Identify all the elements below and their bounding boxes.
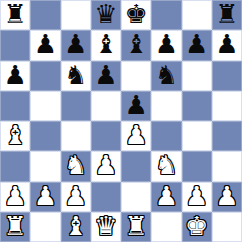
- square-g3[interactable]: [182, 151, 212, 181]
- piece-black-pawn[interactable]: ♟: [185, 31, 208, 57]
- square-c8[interactable]: [61, 0, 91, 30]
- piece-black-pawn[interactable]: ♟: [215, 31, 238, 57]
- piece-white-rook[interactable]: ♜: [3, 213, 26, 239]
- square-f3[interactable]: ♞: [151, 151, 181, 181]
- square-a1[interactable]: ♜: [0, 212, 30, 242]
- piece-white-pawn[interactable]: ♟: [64, 183, 87, 209]
- square-b2[interactable]: ♟: [30, 182, 60, 212]
- square-d3[interactable]: ♟: [91, 151, 121, 181]
- piece-white-pawn[interactable]: ♟: [215, 183, 238, 209]
- square-e1[interactable]: ♜: [121, 212, 151, 242]
- square-g7[interactable]: ♟: [182, 30, 212, 60]
- square-g2[interactable]: ♟: [182, 182, 212, 212]
- square-h7[interactable]: ♟: [212, 30, 242, 60]
- piece-black-pawn[interactable]: ♟: [155, 31, 178, 57]
- square-a2[interactable]: ♟: [0, 182, 30, 212]
- piece-black-bishop[interactable]: ♝: [94, 31, 117, 57]
- square-a4[interactable]: ♝: [0, 121, 30, 151]
- piece-black-pawn[interactable]: ♟: [34, 31, 57, 57]
- square-f1[interactable]: [151, 212, 181, 242]
- square-e4[interactable]: ♟: [121, 121, 151, 151]
- piece-black-king[interactable]: ♚: [124, 1, 147, 27]
- square-a7[interactable]: [0, 30, 30, 60]
- square-c6[interactable]: ♞: [61, 61, 91, 91]
- square-c4[interactable]: [61, 121, 91, 151]
- square-g4[interactable]: [182, 121, 212, 151]
- square-h8[interactable]: ♜: [212, 0, 242, 30]
- piece-white-bishop[interactable]: ♝: [3, 122, 26, 148]
- square-h6[interactable]: [212, 61, 242, 91]
- square-b1[interactable]: [30, 212, 60, 242]
- square-a5[interactable]: [0, 91, 30, 121]
- piece-white-pawn[interactable]: ♟: [3, 183, 26, 209]
- piece-white-bishop[interactable]: ♝: [64, 213, 87, 239]
- square-e8[interactable]: ♚: [121, 0, 151, 30]
- piece-white-pawn[interactable]: ♟: [155, 183, 178, 209]
- square-f6[interactable]: ♞: [151, 61, 181, 91]
- square-g6[interactable]: [182, 61, 212, 91]
- piece-black-bishop[interactable]: ♝: [124, 31, 147, 57]
- piece-black-pawn[interactable]: ♟: [64, 31, 87, 57]
- square-f2[interactable]: ♟: [151, 182, 181, 212]
- piece-black-knight[interactable]: ♞: [155, 62, 178, 88]
- square-e5[interactable]: ♟: [121, 91, 151, 121]
- square-g5[interactable]: [182, 91, 212, 121]
- square-b4[interactable]: [30, 121, 60, 151]
- square-c5[interactable]: [61, 91, 91, 121]
- square-h1[interactable]: [212, 212, 242, 242]
- piece-black-rook[interactable]: ♜: [3, 1, 26, 27]
- square-c1[interactable]: ♝: [61, 212, 91, 242]
- square-b6[interactable]: [30, 61, 60, 91]
- square-h2[interactable]: ♟: [212, 182, 242, 212]
- square-d1[interactable]: ♛: [91, 212, 121, 242]
- piece-white-pawn[interactable]: ♟: [34, 183, 57, 209]
- square-h3[interactable]: [212, 151, 242, 181]
- square-c3[interactable]: ♞: [61, 151, 91, 181]
- square-a6[interactable]: ♟: [0, 61, 30, 91]
- piece-white-pawn[interactable]: ♟: [94, 152, 117, 178]
- square-f4[interactable]: [151, 121, 181, 151]
- square-d2[interactable]: [91, 182, 121, 212]
- chess-board: ♜♛♚♜♟♟♝♝♟♟♟♟♞♟♞♟♝♟♞♟♞♟♟♟♟♟♟♜♝♛♜♚: [0, 0, 242, 242]
- piece-white-queen[interactable]: ♛: [94, 213, 117, 239]
- square-f8[interactable]: [151, 0, 181, 30]
- square-b5[interactable]: [30, 91, 60, 121]
- piece-white-rook[interactable]: ♜: [124, 213, 147, 239]
- square-a3[interactable]: [0, 151, 30, 181]
- square-h5[interactable]: [212, 91, 242, 121]
- square-d7[interactable]: ♝: [91, 30, 121, 60]
- piece-white-knight[interactable]: ♞: [64, 152, 87, 178]
- square-d6[interactable]: ♟: [91, 61, 121, 91]
- square-g1[interactable]: ♚: [182, 212, 212, 242]
- square-f7[interactable]: ♟: [151, 30, 181, 60]
- square-c7[interactable]: ♟: [61, 30, 91, 60]
- piece-white-pawn[interactable]: ♟: [185, 183, 208, 209]
- piece-black-pawn[interactable]: ♟: [3, 62, 26, 88]
- square-f5[interactable]: [151, 91, 181, 121]
- square-h4[interactable]: [212, 121, 242, 151]
- square-d8[interactable]: ♛: [91, 0, 121, 30]
- piece-white-knight[interactable]: ♞: [155, 152, 178, 178]
- square-b7[interactable]: ♟: [30, 30, 60, 60]
- square-b8[interactable]: [30, 0, 60, 30]
- square-g8[interactable]: [182, 0, 212, 30]
- piece-black-queen[interactable]: ♛: [94, 1, 117, 27]
- square-e3[interactable]: [121, 151, 151, 181]
- square-b3[interactable]: [30, 151, 60, 181]
- piece-black-knight[interactable]: ♞: [64, 62, 87, 88]
- square-d4[interactable]: [91, 121, 121, 151]
- square-a8[interactable]: ♜: [0, 0, 30, 30]
- square-e6[interactable]: [121, 61, 151, 91]
- square-d5[interactable]: [91, 91, 121, 121]
- piece-black-pawn[interactable]: ♟: [94, 62, 117, 88]
- piece-black-pawn[interactable]: ♟: [124, 92, 147, 118]
- piece-white-king[interactable]: ♚: [185, 213, 208, 239]
- square-e7[interactable]: ♝: [121, 30, 151, 60]
- piece-white-pawn[interactable]: ♟: [124, 122, 147, 148]
- piece-black-rook[interactable]: ♜: [215, 1, 238, 27]
- square-c2[interactable]: ♟: [61, 182, 91, 212]
- square-e2[interactable]: [121, 182, 151, 212]
